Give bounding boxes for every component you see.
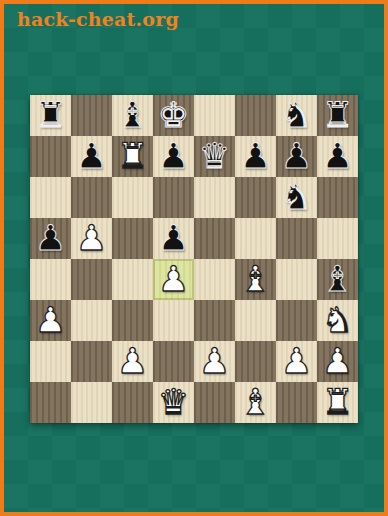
piece-white-knight[interactable]: ♞ [317,300,358,341]
piece-black-pawn[interactable]: ♟ [153,218,194,259]
piece-black-bishop[interactable]: ♝ [112,95,153,136]
piece-white-bishop[interactable]: ♝ [235,382,276,423]
square-h3[interactable]: ♞ [317,300,358,341]
square-a6[interactable] [30,177,71,218]
square-h8[interactable]: ♜ [317,95,358,136]
square-c5[interactable] [112,218,153,259]
square-g6[interactable]: ♞ [276,177,317,218]
square-b1[interactable] [71,382,112,423]
piece-white-rook[interactable]: ♜ [112,136,153,177]
square-c1[interactable] [112,382,153,423]
square-h1[interactable]: ♜ [317,382,358,423]
piece-white-pawn[interactable]: ♟ [153,259,194,300]
square-f7[interactable]: ♟ [235,136,276,177]
square-a4[interactable] [30,259,71,300]
piece-black-queen[interactable]: ♛ [194,136,235,177]
piece-black-knight[interactable]: ♞ [276,177,317,218]
piece-black-pawn[interactable]: ♟ [317,136,358,177]
piece-black-bishop[interactable]: ♝ [317,259,358,300]
piece-black-pawn[interactable]: ♟ [235,136,276,177]
piece-white-queen[interactable]: ♛ [153,382,194,423]
square-b6[interactable] [71,177,112,218]
square-c6[interactable] [112,177,153,218]
piece-black-pawn[interactable]: ♟ [30,218,71,259]
square-d3[interactable] [153,300,194,341]
square-c2[interactable]: ♟ [112,341,153,382]
square-a2[interactable] [30,341,71,382]
square-b8[interactable] [71,95,112,136]
square-d6[interactable] [153,177,194,218]
square-f6[interactable] [235,177,276,218]
square-a7[interactable] [30,136,71,177]
piece-black-knight[interactable]: ♞ [276,95,317,136]
square-a8[interactable]: ♜ [30,95,71,136]
square-d5[interactable]: ♟ [153,218,194,259]
square-e2[interactable]: ♟ [194,341,235,382]
piece-black-king[interactable]: ♚ [153,95,194,136]
piece-black-pawn[interactable]: ♟ [153,136,194,177]
square-e7[interactable]: ♛ [194,136,235,177]
piece-black-pawn[interactable]: ♟ [276,136,317,177]
watermark-text: hack-cheat.org [17,8,179,30]
square-g8[interactable]: ♞ [276,95,317,136]
square-d7[interactable]: ♟ [153,136,194,177]
square-c7[interactable]: ♜ [112,136,153,177]
square-b4[interactable] [71,259,112,300]
square-a5[interactable]: ♟ [30,218,71,259]
square-c4[interactable] [112,259,153,300]
square-f8[interactable] [235,95,276,136]
square-e5[interactable] [194,218,235,259]
piece-white-pawn[interactable]: ♟ [71,218,112,259]
square-a1[interactable] [30,382,71,423]
square-g7[interactable]: ♟ [276,136,317,177]
piece-white-pawn[interactable]: ♟ [317,341,358,382]
square-e1[interactable] [194,382,235,423]
square-f5[interactable] [235,218,276,259]
square-h7[interactable]: ♟ [317,136,358,177]
square-c3[interactable] [112,300,153,341]
piece-white-pawn[interactable]: ♟ [276,341,317,382]
square-d2[interactable] [153,341,194,382]
square-c8[interactable]: ♝ [112,95,153,136]
square-d4[interactable]: ♟ [153,259,194,300]
piece-black-pawn[interactable]: ♟ [71,136,112,177]
app-screen: hack-cheat.org ♜♝♚♞♜♟♜♟♛♟♟♟♞♟♟♟♟♝♝♟♞♟♟♟♟… [0,0,388,516]
square-h5[interactable] [317,218,358,259]
square-g4[interactable] [276,259,317,300]
square-g3[interactable] [276,300,317,341]
piece-white-pawn[interactable]: ♟ [112,341,153,382]
chess-board: ♜♝♚♞♜♟♜♟♛♟♟♟♞♟♟♟♟♝♝♟♞♟♟♟♟♛♝♜ [30,95,358,423]
square-b2[interactable] [71,341,112,382]
square-g2[interactable]: ♟ [276,341,317,382]
piece-white-pawn[interactable]: ♟ [194,341,235,382]
piece-black-rook[interactable]: ♜ [317,95,358,136]
square-f1[interactable]: ♝ [235,382,276,423]
square-e8[interactable] [194,95,235,136]
square-b3[interactable] [71,300,112,341]
square-e4[interactable] [194,259,235,300]
square-a3[interactable]: ♟ [30,300,71,341]
piece-black-rook[interactable]: ♜ [30,95,71,136]
square-h4[interactable]: ♝ [317,259,358,300]
piece-white-pawn[interactable]: ♟ [30,300,71,341]
square-f3[interactable] [235,300,276,341]
square-d1[interactable]: ♛ [153,382,194,423]
square-f4[interactable]: ♝ [235,259,276,300]
square-g5[interactable] [276,218,317,259]
square-e3[interactable] [194,300,235,341]
square-h2[interactable]: ♟ [317,341,358,382]
square-b5[interactable]: ♟ [71,218,112,259]
square-f2[interactable] [235,341,276,382]
square-b7[interactable]: ♟ [71,136,112,177]
square-g1[interactable] [276,382,317,423]
square-e6[interactable] [194,177,235,218]
square-d8[interactable]: ♚ [153,95,194,136]
piece-white-rook[interactable]: ♜ [317,382,358,423]
square-h6[interactable] [317,177,358,218]
piece-white-bishop[interactable]: ♝ [235,259,276,300]
